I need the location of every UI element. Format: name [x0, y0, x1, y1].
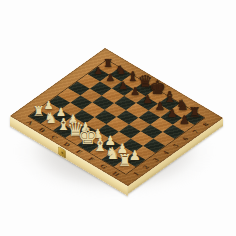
clasp-keyhole	[61, 150, 63, 154]
chess-set-photo: A8B7C6D5E4F3G2H1 ♜♟♞♟♝♟♛♟♚♟♝♟♟♞♜♟♟♜♞♟♟♝♟…	[0, 0, 236, 236]
